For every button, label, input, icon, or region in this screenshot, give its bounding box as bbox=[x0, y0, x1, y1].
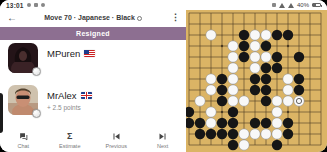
vibrate-icon bbox=[272, 3, 276, 7]
player-row-white[interactable]: MPuren bbox=[8, 43, 95, 73]
black-stone bbox=[261, 96, 271, 106]
next-move-button[interactable]: Next bbox=[149, 132, 177, 149]
white-stone bbox=[250, 129, 260, 139]
notification-icon bbox=[34, 3, 38, 7]
white-stone bbox=[228, 41, 238, 51]
white-stone-icon bbox=[137, 16, 142, 21]
player1-avatar[interactable] bbox=[8, 43, 38, 73]
battery-icon bbox=[312, 3, 321, 8]
white-stone bbox=[195, 96, 205, 106]
white-stone bbox=[294, 96, 304, 106]
black-stone bbox=[250, 85, 260, 95]
black-stone bbox=[294, 74, 304, 84]
estimate-button[interactable]: Σ Estimate bbox=[56, 132, 84, 149]
player1-name: MPuren bbox=[47, 48, 80, 59]
white-stone bbox=[250, 52, 260, 62]
screen-edge-handle bbox=[0, 93, 3, 133]
player2-stone-badge bbox=[32, 109, 41, 118]
white-stone bbox=[206, 118, 216, 128]
previous-move-button[interactable]: Previous bbox=[102, 132, 130, 149]
player2-flag-gb-icon bbox=[81, 92, 92, 99]
black-stone bbox=[261, 74, 271, 84]
black-stone bbox=[195, 129, 205, 139]
game-info-panel: ← Move 70 · Japanese · Black ⋮ Resigned bbox=[0, 10, 186, 152]
chat-label: Chat bbox=[17, 143, 29, 149]
black-stone bbox=[261, 118, 271, 128]
white-stone bbox=[250, 63, 260, 73]
black-stone bbox=[217, 96, 227, 106]
chat-icon bbox=[19, 132, 28, 141]
next-icon bbox=[158, 132, 167, 141]
phone-frame: 13:01 40% ← Move 70 · Japanese · Black ⋮… bbox=[0, 0, 327, 152]
black-stone bbox=[283, 118, 293, 128]
player-row-black[interactable]: MrAlex + 2.5 points bbox=[8, 85, 92, 115]
black-stone bbox=[250, 118, 260, 128]
white-stone bbox=[206, 74, 216, 84]
black-stone bbox=[217, 118, 227, 128]
next-label: Next bbox=[157, 143, 168, 149]
white-stone bbox=[250, 41, 260, 51]
player1-flag-us-icon bbox=[84, 50, 95, 57]
black-stone bbox=[217, 74, 227, 84]
black-stone bbox=[195, 118, 205, 128]
black-stone bbox=[294, 85, 304, 95]
black-stone bbox=[294, 52, 304, 62]
black-stone bbox=[283, 129, 293, 139]
white-stone bbox=[261, 52, 271, 62]
black-stone bbox=[239, 30, 249, 40]
black-stone bbox=[206, 129, 216, 139]
white-stone bbox=[272, 96, 282, 106]
game-title: Move 70 · Japanese · Black bbox=[20, 14, 166, 21]
notification-icon bbox=[41, 3, 45, 7]
black-stone bbox=[217, 129, 227, 139]
sigma-icon: Σ bbox=[67, 132, 72, 141]
white-stone bbox=[206, 107, 216, 117]
black-stone bbox=[283, 30, 293, 40]
white-stone bbox=[206, 85, 216, 95]
black-stone bbox=[272, 52, 282, 62]
black-stone bbox=[250, 74, 260, 84]
white-stone bbox=[228, 63, 238, 73]
app-screen: 13:01 40% ← Move 70 · Japanese · Black ⋮… bbox=[0, 0, 327, 152]
black-stone bbox=[228, 129, 238, 139]
white-stone bbox=[228, 52, 238, 62]
black-stone bbox=[261, 85, 271, 95]
white-stone bbox=[228, 85, 238, 95]
previous-label: Previous bbox=[106, 143, 127, 149]
white-stone bbox=[261, 129, 271, 139]
black-stone bbox=[217, 85, 227, 95]
player1-stone-badge bbox=[32, 67, 41, 76]
white-stone bbox=[272, 107, 282, 117]
white-stone bbox=[283, 74, 293, 84]
clock-time: 13:01 bbox=[6, 2, 24, 9]
white-stone bbox=[228, 74, 238, 84]
white-stone bbox=[206, 30, 216, 40]
board-svg[interactable] bbox=[186, 10, 327, 152]
white-stone bbox=[261, 30, 271, 40]
white-stone bbox=[239, 140, 249, 150]
player2-avatar[interactable] bbox=[8, 85, 38, 115]
black-stone bbox=[272, 140, 282, 150]
black-stone bbox=[228, 118, 238, 128]
previous-icon bbox=[112, 132, 121, 141]
white-stone bbox=[283, 85, 293, 95]
white-stone bbox=[239, 129, 249, 139]
chat-button[interactable]: Chat bbox=[9, 132, 37, 149]
bottom-toolbar: Chat Σ Estimate Previous bbox=[0, 128, 186, 152]
white-stone bbox=[272, 129, 282, 139]
white-stone bbox=[250, 30, 260, 40]
wifi-icon bbox=[279, 3, 285, 8]
white-stone bbox=[239, 96, 249, 106]
overflow-menu-button[interactable]: ⋮ bbox=[171, 12, 180, 22]
player2-name: MrAlex bbox=[47, 90, 77, 101]
white-stone bbox=[228, 96, 238, 106]
battery-percent: 40% bbox=[297, 2, 309, 8]
status-bar: 13:01 40% bbox=[0, 0, 327, 10]
game-result-banner: Resigned bbox=[0, 27, 186, 40]
black-stone bbox=[239, 41, 249, 51]
white-stone bbox=[283, 96, 293, 106]
black-stone bbox=[272, 30, 282, 40]
black-stone bbox=[261, 63, 271, 73]
black-stone bbox=[272, 63, 282, 73]
black-stone bbox=[261, 41, 271, 51]
back-button[interactable]: ← bbox=[7, 12, 17, 24]
black-stone bbox=[228, 140, 238, 150]
black-stone bbox=[239, 52, 249, 62]
app-header: ← Move 70 · Japanese · Black ⋮ bbox=[0, 10, 186, 27]
player2-score-lead: + 2.5 points bbox=[47, 104, 92, 111]
notification-icon bbox=[27, 3, 31, 7]
go-board[interactable] bbox=[186, 10, 327, 152]
estimate-label: Estimate bbox=[59, 143, 80, 149]
signal-icon bbox=[288, 3, 294, 8]
white-stone bbox=[272, 118, 282, 128]
black-stone bbox=[228, 107, 238, 117]
